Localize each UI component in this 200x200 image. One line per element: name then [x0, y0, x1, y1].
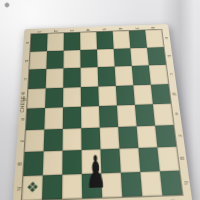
coordinate-label: f	[167, 131, 191, 139]
coordinate-label: b	[158, 52, 180, 58]
square-b4	[44, 107, 63, 129]
square-c3	[63, 128, 82, 151]
square-f7	[114, 48, 132, 67]
square-g4	[135, 104, 155, 126]
square-d4	[81, 106, 100, 128]
square-b6	[46, 68, 64, 88]
coordinate-label: 1	[37, 25, 43, 39]
coordinate-label: 5	[109, 192, 117, 200]
square-b2	[43, 151, 63, 175]
square-c4	[63, 107, 81, 129]
black-pawn: ♟	[85, 148, 98, 198]
square-e6	[98, 67, 116, 87]
square-f4	[117, 105, 137, 127]
board-surface: 12345678 12345678 abcdefgh abcdefgh CHES…	[12, 24, 192, 200]
square-c5	[63, 87, 81, 108]
square-c6	[63, 68, 81, 88]
coordinate-label: g	[170, 154, 195, 162]
coordinate-label: 7	[134, 21, 141, 35]
coordinate-label: f	[9, 137, 33, 145]
chess-board: 12345678 12345678 abcdefgh abcdefgh CHES…	[12, 24, 192, 200]
coordinate-label: e	[164, 110, 188, 117]
square-d5	[81, 86, 99, 107]
coordinate-label: g	[7, 160, 31, 168]
coordinate-label: 5	[101, 22, 107, 36]
square-d7	[80, 49, 97, 68]
square-f5	[116, 85, 135, 106]
square-b3	[44, 128, 63, 151]
corner-emblem-icon: ❖	[22, 174, 43, 200]
coordinate-label: 6	[117, 22, 123, 36]
coordinate-label: a	[17, 40, 38, 46]
square-g5	[133, 84, 153, 105]
square-f6	[115, 66, 134, 86]
coordinate-label: 2	[53, 24, 59, 38]
square-g6	[132, 65, 151, 85]
coordinate-label: 3	[69, 193, 76, 200]
coordinate-label: d	[162, 90, 185, 97]
coordinate-label: h	[172, 178, 198, 187]
square-g2	[138, 147, 159, 171]
coordinate-label: 4	[85, 23, 91, 37]
square-g3	[137, 125, 158, 148]
coordinate-label: 3	[69, 23, 74, 37]
square-b5	[45, 87, 63, 108]
square-d6	[81, 67, 99, 87]
square-f2	[119, 148, 140, 172]
square-b7	[46, 50, 63, 69]
square-f3	[118, 126, 138, 149]
coordinate-label: 8	[150, 21, 157, 34]
photo-background: 12345678 12345678 abcdefgh abcdefgh CHES…	[0, 0, 200, 200]
coordinate-label: c	[160, 71, 182, 78]
coordinate-label: a	[156, 35, 177, 41]
square-c7	[63, 50, 80, 69]
square-e7	[97, 48, 115, 67]
square-e4	[99, 105, 118, 127]
coordinate-label: 2	[48, 194, 55, 200]
coordinate-label: b	[15, 57, 36, 63]
square-e5	[98, 86, 117, 107]
square-g7	[130, 47, 149, 66]
square-c2	[62, 150, 81, 174]
